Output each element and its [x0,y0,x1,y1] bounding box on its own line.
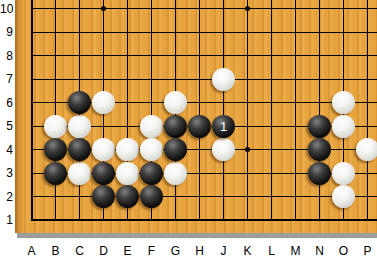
stone-black-C6[interactable] [68,91,91,114]
row-label-3: 3 [0,165,13,181]
stone-black-B3[interactable] [44,162,67,185]
column-label-G: G [167,243,185,259]
column-label-J: J [215,243,233,259]
column-label-K: K [239,243,257,259]
row-label-6: 6 [0,95,13,111]
column-label-A: A [23,243,41,259]
column-label-P: P [359,243,377,259]
grid-line-row-7 [31,79,377,80]
stone-black-F2[interactable] [140,185,163,208]
row-label-9: 9 [0,24,13,40]
stone-white-J7[interactable] [212,68,235,91]
row-label-2: 2 [0,189,13,205]
grid-line-col-K [247,0,248,221]
stone-white-G6[interactable] [164,91,187,114]
grid-line-row-2 [31,196,377,197]
grid-line-col-M [295,0,296,221]
grid-line-col-P [367,0,368,221]
column-label-M: M [287,243,305,259]
stone-black-B4[interactable] [44,138,67,161]
column-label-L: L [263,243,281,259]
grid-line-row-9 [31,32,377,33]
grid-line-col-N [319,0,320,221]
column-label-O: O [335,243,353,259]
go-board-screenshot: 12345678910 ABCDEFGHJKLMNOP 1 [0,0,377,260]
row-label-8: 8 [0,48,13,64]
stone-black-N4[interactable] [308,138,331,161]
column-label-F: F [143,243,161,259]
stone-white-O6[interactable] [332,91,355,114]
grid-line-col-A [31,0,33,221]
stone-black-H5[interactable] [188,115,211,138]
move-number-label: 1 [220,119,227,134]
stone-white-G3[interactable] [164,162,187,185]
stone-white-P4[interactable] [356,138,377,161]
grid-line-row-1 [31,219,377,221]
column-label-E: E [119,243,137,259]
stone-white-O3[interactable] [332,162,355,185]
stone-white-B5[interactable] [44,115,67,138]
stone-black-F3[interactable] [140,162,163,185]
stone-white-D6[interactable] [92,91,115,114]
stone-white-E4[interactable] [116,138,139,161]
stone-white-O2[interactable] [332,185,355,208]
stone-black-D3[interactable] [92,162,115,185]
stone-white-E3[interactable] [116,162,139,185]
row-label-7: 7 [0,71,13,87]
stone-black-E2[interactable] [116,185,139,208]
board-left-edge [15,0,23,233]
column-label-C: C [71,243,89,259]
row-label-5: 5 [0,118,13,134]
stone-white-F5[interactable] [140,115,163,138]
row-label-1: 1 [0,212,13,228]
stone-black-G5[interactable] [164,115,187,138]
stone-white-O5[interactable] [332,115,355,138]
row-label-10: 10 [0,1,13,17]
column-label-N: N [311,243,329,259]
grid-line-col-L [271,0,272,221]
board-bottom-shadow [17,233,377,238]
column-label-B: B [47,243,65,259]
stone-white-J4[interactable] [212,138,235,161]
stone-black-N3[interactable] [308,162,331,185]
grid-line-row-8 [31,55,377,56]
row-label-4: 4 [0,142,13,158]
grid-line-col-J [223,0,224,221]
grid-line-col-H [199,0,200,221]
star-point-D10 [101,6,106,11]
stone-black-N5[interactable] [308,115,331,138]
stone-white-F4[interactable] [140,138,163,161]
stone-black-G4[interactable] [164,138,187,161]
stone-black-J5[interactable]: 1 [212,115,235,138]
star-point-K4 [245,147,250,152]
stone-black-C4[interactable] [68,138,91,161]
column-label-H: H [191,243,209,259]
stone-white-C5[interactable] [68,115,91,138]
grid-line-col-B [55,0,56,221]
stone-white-C3[interactable] [68,162,91,185]
stone-black-D2[interactable] [92,185,115,208]
stone-white-D4[interactable] [92,138,115,161]
star-point-K10 [245,6,250,11]
column-label-D: D [95,243,113,259]
grid-line-row-10 [31,8,377,9]
